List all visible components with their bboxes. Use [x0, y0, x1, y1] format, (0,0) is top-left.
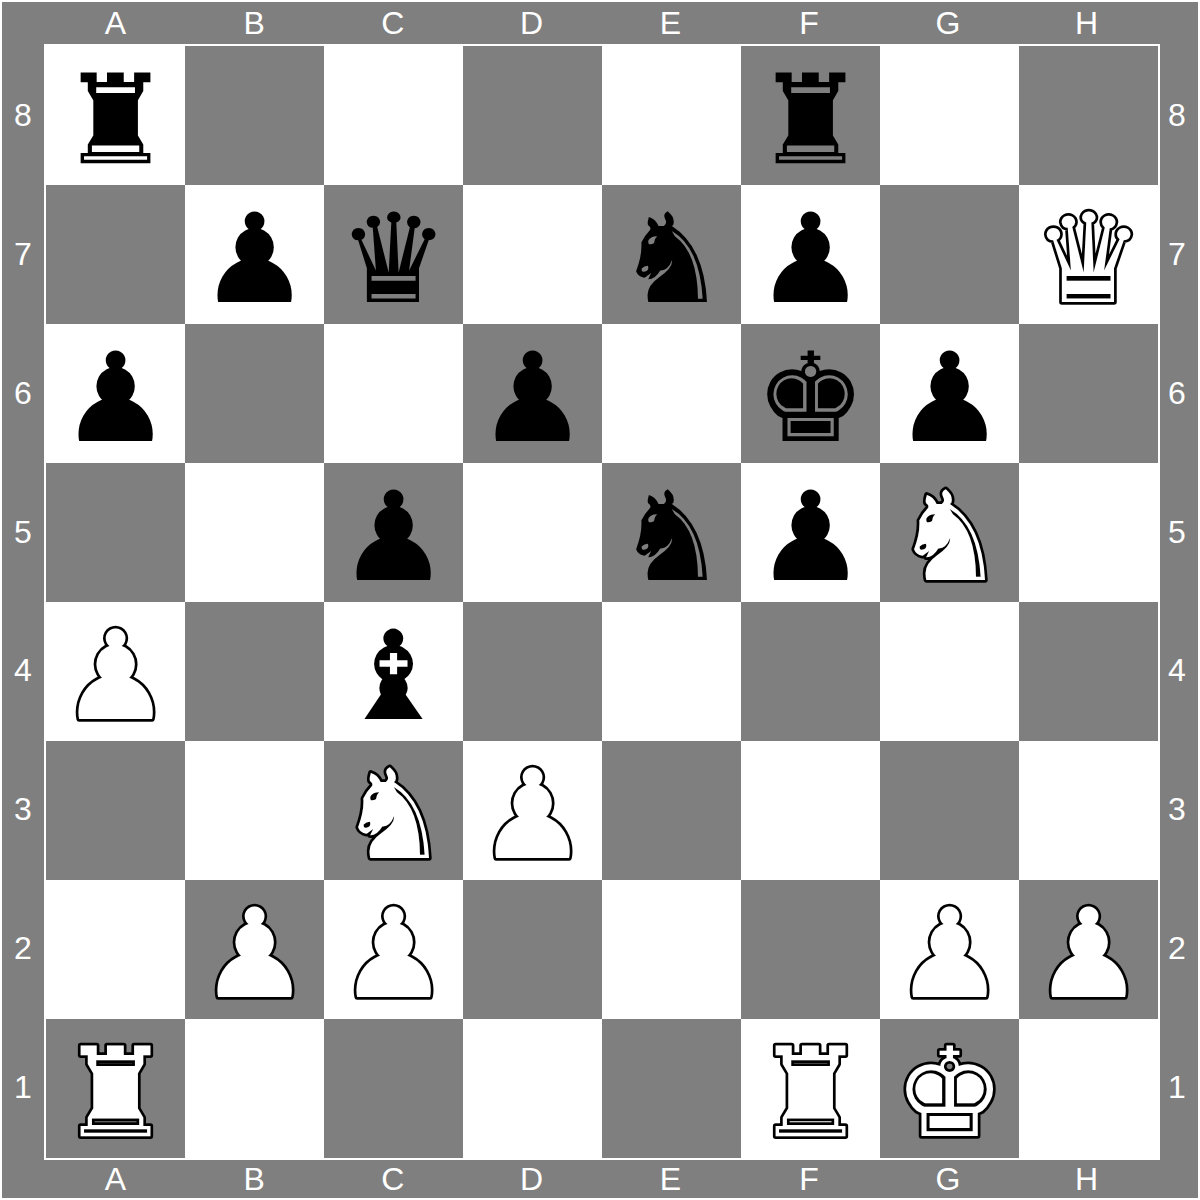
- piece-black-bishop: ♝: [324, 602, 463, 741]
- square-a8[interactable]: ♜: [46, 46, 185, 185]
- square-h4[interactable]: [1019, 602, 1158, 741]
- chessboard: ♜♜♟♛♞♟♛♟♟♚♟♟♞♟♞♟♝♞♟♟♟♟♟♜♜♚: [44, 44, 1160, 1160]
- svg-text:♟: ♟: [755, 187, 866, 324]
- file-label: F: [740, 1160, 879, 1198]
- square-c7[interactable]: ♛: [324, 185, 463, 324]
- rank-label: 5: [2, 462, 44, 601]
- square-b2[interactable]: ♟: [185, 880, 324, 1019]
- square-f2[interactable]: [741, 880, 880, 1019]
- file-label: D: [462, 2, 601, 44]
- svg-text:♟: ♟: [477, 743, 588, 880]
- rank-label: 1: [1156, 1017, 1198, 1156]
- svg-text:♟: ♟: [338, 465, 449, 602]
- piece-white-pawn: ♟: [46, 602, 185, 741]
- svg-text:♚: ♚: [755, 326, 866, 463]
- piece-black-pawn: ♟: [741, 463, 880, 602]
- svg-text:♟: ♟: [199, 187, 310, 324]
- square-g8[interactable]: [880, 46, 1019, 185]
- rank-label: 4: [2, 601, 44, 740]
- square-a1[interactable]: ♜: [46, 1019, 185, 1158]
- svg-text:♟: ♟: [894, 326, 1005, 463]
- square-b5[interactable]: [185, 463, 324, 602]
- square-a5[interactable]: [46, 463, 185, 602]
- svg-text:♞: ♞: [616, 465, 727, 602]
- square-c8[interactable]: [324, 46, 463, 185]
- square-e4[interactable]: [602, 602, 741, 741]
- svg-text:♚: ♚: [894, 1021, 1005, 1158]
- file-label: B: [185, 2, 324, 44]
- svg-text:♟: ♟: [1033, 882, 1144, 1019]
- square-c3[interactable]: ♞: [324, 741, 463, 880]
- square-b6[interactable]: [185, 324, 324, 463]
- svg-text:♞: ♞: [894, 465, 1005, 602]
- rank-label: 4: [1156, 601, 1198, 740]
- file-label: G: [879, 1160, 1018, 1198]
- square-h8[interactable]: [1019, 46, 1158, 185]
- square-d8[interactable]: [463, 46, 602, 185]
- square-e6[interactable]: [602, 324, 741, 463]
- svg-text:♜: ♜: [755, 48, 866, 185]
- rank-label: 3: [2, 740, 44, 879]
- svg-text:♝: ♝: [338, 604, 449, 741]
- piece-black-rook: ♜: [46, 46, 185, 185]
- svg-text:♜: ♜: [60, 1021, 171, 1158]
- square-h7[interactable]: ♛: [1019, 185, 1158, 324]
- square-c6[interactable]: [324, 324, 463, 463]
- piece-black-king: ♚: [741, 324, 880, 463]
- square-e8[interactable]: [602, 46, 741, 185]
- svg-text:♟: ♟: [755, 465, 866, 602]
- svg-text:♜: ♜: [755, 1021, 866, 1158]
- square-e2[interactable]: [602, 880, 741, 1019]
- square-d4[interactable]: [463, 602, 602, 741]
- square-c2[interactable]: ♟: [324, 880, 463, 1019]
- chess-diagram: ABCDEFGH ABCDEFGH 87654321 87654321 ♜♜♟♛…: [0, 0, 1200, 1200]
- svg-text:♟: ♟: [894, 882, 1005, 1019]
- file-label: D: [462, 1160, 601, 1198]
- square-f1[interactable]: ♜: [741, 1019, 880, 1158]
- piece-black-rook: ♜: [741, 46, 880, 185]
- rank-label: 5: [1156, 462, 1198, 601]
- square-e7[interactable]: ♞: [602, 185, 741, 324]
- svg-text:♛: ♛: [1033, 187, 1144, 324]
- piece-black-knight: ♞: [602, 185, 741, 324]
- svg-text:♟: ♟: [60, 326, 171, 463]
- square-h6[interactable]: [1019, 324, 1158, 463]
- piece-white-rook: ♜: [741, 1019, 880, 1158]
- square-d1[interactable]: [463, 1019, 602, 1158]
- file-label: C: [324, 2, 463, 44]
- piece-black-knight: ♞: [602, 463, 741, 602]
- square-g1[interactable]: ♚: [880, 1019, 1019, 1158]
- square-g2[interactable]: ♟: [880, 880, 1019, 1019]
- piece-white-pawn: ♟: [324, 880, 463, 1019]
- square-g6[interactable]: ♟: [880, 324, 1019, 463]
- square-h1[interactable]: [1019, 1019, 1158, 1158]
- piece-black-pawn: ♟: [880, 324, 1019, 463]
- file-label: H: [1017, 1160, 1156, 1198]
- svg-text:♟: ♟: [199, 882, 310, 1019]
- piece-white-pawn: ♟: [1019, 880, 1158, 1019]
- square-h3[interactable]: [1019, 741, 1158, 880]
- square-a7[interactable]: [46, 185, 185, 324]
- svg-text:♟: ♟: [477, 326, 588, 463]
- square-g7[interactable]: [880, 185, 1019, 324]
- svg-text:♞: ♞: [616, 187, 727, 324]
- rank-label: 8: [1156, 46, 1198, 185]
- svg-text:♟: ♟: [338, 882, 449, 1019]
- piece-white-rook: ♜: [46, 1019, 185, 1158]
- piece-black-queen: ♛: [324, 185, 463, 324]
- piece-black-pawn: ♟: [463, 324, 602, 463]
- square-a3[interactable]: [46, 741, 185, 880]
- file-label: B: [185, 1160, 324, 1198]
- rank-label: 2: [2, 879, 44, 1018]
- square-f8[interactable]: ♜: [741, 46, 880, 185]
- square-b4[interactable]: [185, 602, 324, 741]
- square-b3[interactable]: [185, 741, 324, 880]
- piece-white-knight: ♞: [880, 463, 1019, 602]
- rank-label: 6: [2, 324, 44, 463]
- square-d6[interactable]: ♟: [463, 324, 602, 463]
- square-c5[interactable]: ♟: [324, 463, 463, 602]
- square-d3[interactable]: ♟: [463, 741, 602, 880]
- svg-text:♛: ♛: [338, 187, 449, 324]
- rank-label: 1: [2, 1017, 44, 1156]
- svg-text:♞: ♞: [338, 743, 449, 880]
- rank-labels-left: 87654321: [2, 46, 44, 1156]
- square-a4[interactable]: ♟: [46, 602, 185, 741]
- square-c4[interactable]: ♝: [324, 602, 463, 741]
- square-d5[interactable]: [463, 463, 602, 602]
- file-label: F: [740, 2, 879, 44]
- square-a6[interactable]: ♟: [46, 324, 185, 463]
- square-a2[interactable]: [46, 880, 185, 1019]
- rank-label: 6: [1156, 324, 1198, 463]
- rank-label: 3: [1156, 740, 1198, 879]
- file-label: H: [1017, 2, 1156, 44]
- square-f6[interactable]: ♚: [741, 324, 880, 463]
- file-label: A: [46, 1160, 185, 1198]
- square-d2[interactable]: [463, 880, 602, 1019]
- rank-label: 7: [1156, 185, 1198, 324]
- file-label: E: [601, 2, 740, 44]
- square-g5[interactable]: ♞: [880, 463, 1019, 602]
- square-h2[interactable]: ♟: [1019, 880, 1158, 1019]
- svg-text:♟: ♟: [60, 604, 171, 741]
- rank-label: 8: [2, 46, 44, 185]
- rank-label: 2: [1156, 879, 1198, 1018]
- file-label: C: [324, 1160, 463, 1198]
- square-g3[interactable]: [880, 741, 1019, 880]
- square-f3[interactable]: [741, 741, 880, 880]
- rank-label: 7: [2, 185, 44, 324]
- square-f5[interactable]: ♟: [741, 463, 880, 602]
- square-e1[interactable]: [602, 1019, 741, 1158]
- square-d7[interactable]: [463, 185, 602, 324]
- piece-black-pawn: ♟: [46, 324, 185, 463]
- piece-white-pawn: ♟: [880, 880, 1019, 1019]
- piece-white-queen: ♛: [1019, 185, 1158, 324]
- file-label: A: [46, 2, 185, 44]
- file-labels-top: ABCDEFGH: [46, 2, 1156, 44]
- square-e5[interactable]: ♞: [602, 463, 741, 602]
- file-label: E: [601, 1160, 740, 1198]
- file-label: G: [879, 2, 1018, 44]
- svg-text:♜: ♜: [60, 48, 171, 185]
- square-b8[interactable]: [185, 46, 324, 185]
- piece-white-knight: ♞: [324, 741, 463, 880]
- rank-labels-right: 87654321: [1156, 46, 1198, 1156]
- square-g4[interactable]: [880, 602, 1019, 741]
- square-f4[interactable]: [741, 602, 880, 741]
- piece-black-pawn: ♟: [741, 185, 880, 324]
- file-labels-bottom: ABCDEFGH: [46, 1160, 1156, 1198]
- square-b1[interactable]: [185, 1019, 324, 1158]
- piece-white-king: ♚: [880, 1019, 1019, 1158]
- square-e3[interactable]: [602, 741, 741, 880]
- piece-white-pawn: ♟: [463, 741, 602, 880]
- square-b7[interactable]: ♟: [185, 185, 324, 324]
- square-c1[interactable]: [324, 1019, 463, 1158]
- square-h5[interactable]: [1019, 463, 1158, 602]
- piece-black-pawn: ♟: [324, 463, 463, 602]
- square-f7[interactable]: ♟: [741, 185, 880, 324]
- piece-white-pawn: ♟: [185, 880, 324, 1019]
- piece-black-pawn: ♟: [185, 185, 324, 324]
